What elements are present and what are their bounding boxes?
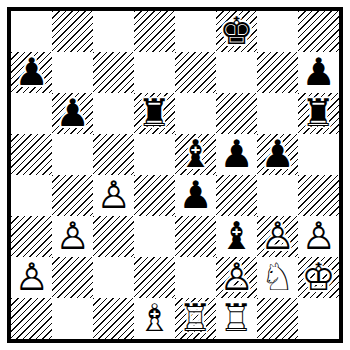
piece-black-rook[interactable]: ♜ (137, 93, 171, 134)
square-h6[interactable]: ♜ (298, 93, 339, 134)
piece-black-pawn[interactable]: ♟ (178, 175, 212, 216)
square-g4[interactable] (257, 175, 298, 216)
square-b3[interactable]: ♙ (52, 216, 93, 257)
square-h4[interactable] (298, 175, 339, 216)
square-c3[interactable] (93, 216, 134, 257)
square-d3[interactable] (134, 216, 175, 257)
square-b8[interactable] (52, 11, 93, 52)
chess-board: ♚♟♟♟♜♜♝♟♟♙♟♙♝♙♙♙♙♘♔♗♖♖ (11, 11, 339, 339)
square-e1[interactable]: ♖ (175, 298, 216, 339)
square-h5[interactable] (298, 134, 339, 175)
piece-white-pawn[interactable]: ♙ (301, 216, 335, 257)
piece-black-rook[interactable]: ♜ (301, 93, 335, 134)
square-d2[interactable] (134, 257, 175, 298)
square-a3[interactable] (11, 216, 52, 257)
square-e2[interactable] (175, 257, 216, 298)
square-a1[interactable] (11, 298, 52, 339)
square-b5[interactable] (52, 134, 93, 175)
square-d4[interactable] (134, 175, 175, 216)
square-a4[interactable] (11, 175, 52, 216)
piece-white-bishop[interactable]: ♗ (137, 298, 171, 339)
piece-white-pawn[interactable]: ♙ (260, 216, 294, 257)
piece-black-pawn[interactable]: ♟ (14, 52, 48, 93)
piece-white-pawn[interactable]: ♙ (219, 257, 253, 298)
piece-black-king[interactable]: ♚ (219, 11, 253, 52)
square-c6[interactable] (93, 93, 134, 134)
square-b1[interactable] (52, 298, 93, 339)
square-a6[interactable] (11, 93, 52, 134)
square-d6[interactable]: ♜ (134, 93, 175, 134)
piece-white-knight[interactable]: ♘ (260, 257, 294, 298)
square-d7[interactable] (134, 52, 175, 93)
square-g8[interactable] (257, 11, 298, 52)
square-b6[interactable]: ♟ (52, 93, 93, 134)
square-f7[interactable] (216, 52, 257, 93)
piece-white-pawn[interactable]: ♙ (96, 175, 130, 216)
square-g1[interactable] (257, 298, 298, 339)
square-d8[interactable] (134, 11, 175, 52)
square-e5[interactable]: ♝ (175, 134, 216, 175)
square-c5[interactable] (93, 134, 134, 175)
square-b2[interactable] (52, 257, 93, 298)
square-c2[interactable] (93, 257, 134, 298)
square-d5[interactable] (134, 134, 175, 175)
piece-white-rook[interactable]: ♖ (219, 298, 253, 339)
square-c7[interactable] (93, 52, 134, 93)
square-e6[interactable] (175, 93, 216, 134)
square-d1[interactable]: ♗ (134, 298, 175, 339)
square-f1[interactable]: ♖ (216, 298, 257, 339)
square-g3[interactable]: ♙ (257, 216, 298, 257)
square-e8[interactable] (175, 11, 216, 52)
piece-white-pawn[interactable]: ♙ (55, 216, 89, 257)
square-f3[interactable]: ♝ (216, 216, 257, 257)
square-h7[interactable]: ♟ (298, 52, 339, 93)
square-g7[interactable] (257, 52, 298, 93)
piece-black-pawn[interactable]: ♟ (55, 93, 89, 134)
square-h2[interactable]: ♔ (298, 257, 339, 298)
square-a7[interactable]: ♟ (11, 52, 52, 93)
square-g2[interactable]: ♘ (257, 257, 298, 298)
square-e4[interactable]: ♟ (175, 175, 216, 216)
square-g6[interactable] (257, 93, 298, 134)
piece-black-pawn[interactable]: ♟ (260, 134, 294, 175)
square-a8[interactable] (11, 11, 52, 52)
square-e7[interactable] (175, 52, 216, 93)
square-c1[interactable] (93, 298, 134, 339)
piece-white-king[interactable]: ♔ (301, 257, 335, 298)
chess-diagram-frame: ♚♟♟♟♜♜♝♟♟♙♟♙♝♙♙♙♙♘♔♗♖♖ (7, 7, 343, 343)
square-f5[interactable]: ♟ (216, 134, 257, 175)
square-a5[interactable] (11, 134, 52, 175)
square-h1[interactable] (298, 298, 339, 339)
piece-white-rook[interactable]: ♖ (178, 298, 212, 339)
piece-black-bishop[interactable]: ♝ (219, 216, 253, 257)
square-c4[interactable]: ♙ (93, 175, 134, 216)
square-f6[interactable] (216, 93, 257, 134)
square-b4[interactable] (52, 175, 93, 216)
square-f8[interactable]: ♚ (216, 11, 257, 52)
piece-black-bishop[interactable]: ♝ (178, 134, 212, 175)
square-b7[interactable] (52, 52, 93, 93)
square-g5[interactable]: ♟ (257, 134, 298, 175)
square-a2[interactable]: ♙ (11, 257, 52, 298)
square-h8[interactable] (298, 11, 339, 52)
square-c8[interactable] (93, 11, 134, 52)
piece-black-pawn[interactable]: ♟ (301, 52, 335, 93)
piece-white-pawn[interactable]: ♙ (14, 257, 48, 298)
square-h3[interactable]: ♙ (298, 216, 339, 257)
square-f4[interactable] (216, 175, 257, 216)
square-e3[interactable] (175, 216, 216, 257)
square-f2[interactable]: ♙ (216, 257, 257, 298)
piece-black-pawn[interactable]: ♟ (219, 134, 253, 175)
